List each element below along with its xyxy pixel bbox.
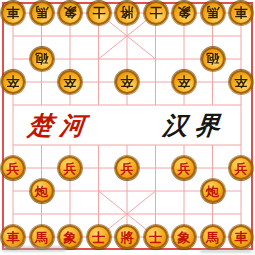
piece-layer: 車馬象士將士象馬車砲砲卒卒卒卒卒兵兵兵兵兵炮炮車馬象士將士象馬車 [0, 2, 255, 249]
piece-black-卒[interactable]: 卒 [229, 70, 253, 94]
xiangqi-board[interactable]: 楚河 汉界 車馬象士將士象馬車砲砲卒卒卒卒卒兵兵兵兵兵炮炮車馬象士將士象馬車 [0, 0, 255, 255]
piece-red-象[interactable]: 象 [172, 225, 196, 249]
piece-red-兵[interactable]: 兵 [172, 156, 196, 180]
piece-black-車[interactable]: 車 [229, 1, 253, 25]
piece-red-兵[interactable]: 兵 [115, 156, 139, 180]
piece-red-將[interactable]: 將 [115, 225, 139, 249]
piece-black-卒[interactable]: 卒 [172, 70, 196, 94]
watermark-bottom-left [2, 246, 66, 252]
piece-red-馬[interactable]: 馬 [201, 225, 225, 249]
piece-black-砲[interactable]: 砲 [201, 47, 225, 71]
piece-black-卒[interactable]: 卒 [58, 70, 82, 94]
piece-red-兵[interactable]: 兵 [58, 156, 82, 180]
piece-black-馬[interactable]: 馬 [201, 1, 225, 25]
piece-black-將[interactable]: 將 [115, 1, 139, 25]
piece-red-車[interactable]: 車 [229, 225, 253, 249]
piece-black-象[interactable]: 象 [58, 1, 82, 25]
piece-red-兵[interactable]: 兵 [229, 156, 253, 180]
piece-black-卒[interactable]: 卒 [115, 70, 139, 94]
piece-black-馬[interactable]: 馬 [30, 1, 54, 25]
piece-red-士[interactable]: 士 [87, 225, 111, 249]
piece-black-車[interactable]: 車 [1, 1, 25, 25]
piece-black-象[interactable]: 象 [172, 1, 196, 25]
piece-black-士[interactable]: 士 [87, 1, 111, 25]
watermark-bottom-right [200, 249, 252, 253]
piece-red-士[interactable]: 士 [144, 225, 168, 249]
piece-black-士[interactable]: 士 [144, 1, 168, 25]
piece-black-砲[interactable]: 砲 [30, 47, 54, 71]
piece-red-炮[interactable]: 炮 [30, 179, 54, 203]
piece-black-卒[interactable]: 卒 [1, 70, 25, 94]
piece-red-炮[interactable]: 炮 [201, 179, 225, 203]
piece-red-兵[interactable]: 兵 [1, 156, 25, 180]
